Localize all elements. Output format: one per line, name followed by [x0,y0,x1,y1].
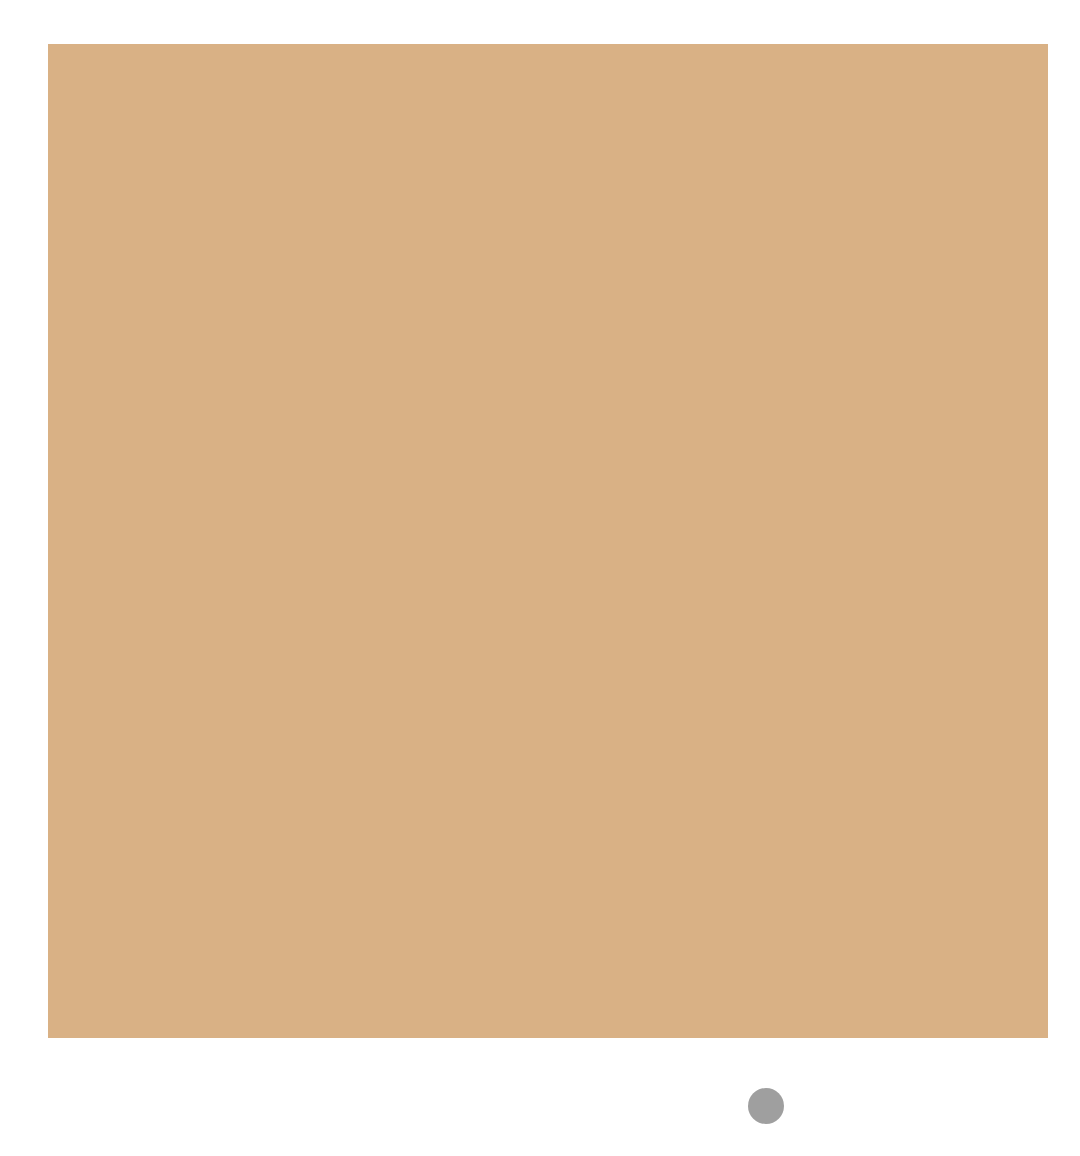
go-diagram-page [0,0,1080,1156]
go-board [48,44,1048,1038]
watermark-logo-icon [748,1088,784,1124]
